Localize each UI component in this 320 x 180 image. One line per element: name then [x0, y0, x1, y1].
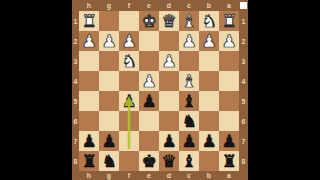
black-queen[interactable]: ♛ [161, 151, 176, 171]
white-pawn[interactable]: ♟ [161, 51, 176, 71]
square-e8[interactable]: ♚ [139, 151, 159, 171]
square-h4[interactable] [79, 71, 99, 91]
file-label-e: e [139, 171, 159, 180]
square-d1[interactable]: ♛ [159, 11, 179, 31]
rank-label-1: 1 [72, 11, 79, 31]
chess-board[interactable]: ♜♚♛♝♞♜♟♟♟♟♟♟♞♟♟♝♟♟♝♞♟♟♟♟♟♟♜♞♚♛♝♜ [79, 11, 239, 171]
square-a6[interactable] [219, 111, 239, 131]
white-queen[interactable]: ♛ [161, 11, 176, 31]
file-labels-top: hgfedcba [79, 0, 239, 11]
square-c2[interactable]: ♟ [179, 31, 199, 51]
white-pawn[interactable]: ♟ [221, 31, 236, 51]
square-d6[interactable] [159, 111, 179, 131]
square-e4[interactable]: ♟ [139, 71, 159, 91]
rank-label-5: 5 [72, 91, 79, 111]
black-pawn[interactable]: ♟ [101, 131, 116, 151]
square-h1[interactable]: ♜ [79, 11, 99, 31]
rank-label-4: 4 [72, 71, 79, 91]
rank-label-7: 7 [72, 131, 79, 151]
square-f5[interactable]: ♟ [119, 91, 139, 111]
black-pawn[interactable]: ♟ [181, 131, 196, 151]
rank-label-8: 8 [239, 151, 248, 171]
square-a4[interactable] [219, 71, 239, 91]
rank-labels-right: 12345678 [239, 11, 248, 171]
square-e5[interactable]: ♟ [139, 91, 159, 111]
file-label-a: a [219, 171, 239, 180]
square-b1[interactable]: ♞ [199, 11, 219, 31]
file-label-f: f [119, 171, 139, 180]
square-b2[interactable]: ♟ [199, 31, 219, 51]
square-d4[interactable] [159, 71, 179, 91]
file-label-c: c [179, 0, 199, 11]
square-e7[interactable] [139, 131, 159, 151]
square-f2[interactable]: ♟ [119, 31, 139, 51]
letterbox-right [248, 0, 320, 180]
white-knight[interactable]: ♞ [201, 11, 216, 31]
square-b5[interactable] [199, 91, 219, 111]
white-pawn[interactable]: ♟ [101, 31, 116, 51]
square-f4[interactable] [119, 71, 139, 91]
white-pawn[interactable]: ♟ [181, 31, 196, 51]
black-bishop[interactable]: ♝ [181, 151, 196, 171]
square-c7[interactable]: ♟ [179, 131, 199, 151]
rank-label-3: 3 [239, 51, 248, 71]
square-a8[interactable]: ♜ [219, 151, 239, 171]
file-label-a: a [219, 0, 239, 11]
file-label-g: g [99, 0, 119, 11]
square-b6[interactable] [199, 111, 219, 131]
file-label-d: d [159, 0, 179, 11]
white-king[interactable]: ♚ [141, 11, 156, 31]
file-label-g: g [99, 171, 119, 180]
square-a5[interactable] [219, 91, 239, 111]
square-e2[interactable] [139, 31, 159, 51]
white-bishop[interactable]: ♝ [181, 71, 196, 91]
rank-label-3: 3 [72, 51, 79, 71]
square-c4[interactable]: ♝ [179, 71, 199, 91]
square-f3[interactable]: ♞ [119, 51, 139, 71]
black-pawn[interactable]: ♟ [161, 131, 176, 151]
square-c3[interactable] [179, 51, 199, 71]
square-c5[interactable]: ♝ [179, 91, 199, 111]
square-g3[interactable] [99, 51, 119, 71]
white-pawn[interactable]: ♟ [121, 31, 136, 51]
square-e3[interactable] [139, 51, 159, 71]
white-pawn[interactable]: ♟ [141, 71, 156, 91]
rank-label-2: 2 [72, 31, 79, 51]
file-labels-bottom: hgfedcba [79, 171, 239, 180]
rank-label-6: 6 [239, 111, 248, 131]
square-b7[interactable]: ♟ [199, 131, 219, 151]
square-h6[interactable] [79, 111, 99, 131]
square-b8[interactable] [199, 151, 219, 171]
square-c1[interactable]: ♝ [179, 11, 199, 31]
square-e1[interactable]: ♚ [139, 11, 159, 31]
black-pawn[interactable]: ♟ [201, 131, 216, 151]
square-f1[interactable] [119, 11, 139, 31]
file-label-c: c [179, 171, 199, 180]
black-pawn[interactable]: ♟ [141, 91, 156, 111]
square-d5[interactable] [159, 91, 179, 111]
letterbox-left [0, 0, 72, 180]
square-g7[interactable]: ♟ [99, 131, 119, 151]
video-frame: hgfedcba 12345678 12345678 hgfedcba ♜♚♛♝… [0, 0, 320, 180]
square-d2[interactable] [159, 31, 179, 51]
square-a3[interactable] [219, 51, 239, 71]
turn-indicator-white [240, 2, 247, 9]
file-label-e: e [139, 0, 159, 11]
square-h8[interactable]: ♜ [79, 151, 99, 171]
square-f7[interactable] [119, 131, 139, 151]
file-label-f: f [119, 0, 139, 11]
white-knight[interactable]: ♞ [121, 51, 136, 71]
file-label-h: h [79, 171, 99, 180]
square-c6[interactable]: ♞ [179, 111, 199, 131]
square-g2[interactable]: ♟ [99, 31, 119, 51]
chess-board-frame: hgfedcba 12345678 12345678 hgfedcba ♜♚♛♝… [72, 0, 248, 180]
square-g1[interactable] [99, 11, 119, 31]
black-pawn[interactable]: ♟ [81, 131, 96, 151]
square-e6[interactable] [139, 111, 159, 131]
square-g6[interactable] [99, 111, 119, 131]
black-pawn[interactable]: ♟ [221, 131, 236, 151]
square-d7[interactable]: ♟ [159, 131, 179, 151]
white-pawn[interactable]: ♟ [201, 31, 216, 51]
rank-label-4: 4 [239, 71, 248, 91]
square-c8[interactable]: ♝ [179, 151, 199, 171]
square-h7[interactable]: ♟ [79, 131, 99, 151]
white-bishop[interactable]: ♝ [181, 11, 196, 31]
white-rook[interactable]: ♜ [221, 11, 236, 31]
square-b3[interactable] [199, 51, 219, 71]
black-knight[interactable]: ♞ [181, 111, 196, 131]
white-pawn[interactable]: ♟ [81, 31, 96, 51]
file-label-b: b [199, 0, 219, 11]
square-h2[interactable]: ♟ [79, 31, 99, 51]
square-f6[interactable] [119, 111, 139, 131]
black-pawn[interactable]: ♟ [121, 91, 136, 111]
rank-label-5: 5 [239, 91, 248, 111]
square-g5[interactable] [99, 91, 119, 111]
file-label-h: h [79, 0, 99, 11]
square-h5[interactable] [79, 91, 99, 111]
square-a1[interactable]: ♜ [219, 11, 239, 31]
black-knight[interactable]: ♞ [101, 151, 116, 171]
black-rook[interactable]: ♜ [221, 151, 236, 171]
file-label-d: d [159, 171, 179, 180]
square-g8[interactable]: ♞ [99, 151, 119, 171]
square-g4[interactable] [99, 71, 119, 91]
black-bishop[interactable]: ♝ [181, 91, 196, 111]
square-f8[interactable] [119, 151, 139, 171]
square-d8[interactable]: ♛ [159, 151, 179, 171]
square-a2[interactable]: ♟ [219, 31, 239, 51]
rank-labels-left: 12345678 [72, 11, 79, 171]
square-h3[interactable] [79, 51, 99, 71]
square-b4[interactable] [199, 71, 219, 91]
white-rook[interactable]: ♜ [81, 11, 96, 31]
black-rook[interactable]: ♜ [81, 151, 96, 171]
rank-label-8: 8 [72, 151, 79, 171]
file-label-b: b [199, 171, 219, 180]
black-king[interactable]: ♚ [141, 151, 156, 171]
square-a7[interactable]: ♟ [219, 131, 239, 151]
rank-label-1: 1 [239, 11, 248, 31]
rank-label-6: 6 [72, 111, 79, 131]
rank-label-2: 2 [239, 31, 248, 51]
square-d3[interactable]: ♟ [159, 51, 179, 71]
rank-label-7: 7 [239, 131, 248, 151]
